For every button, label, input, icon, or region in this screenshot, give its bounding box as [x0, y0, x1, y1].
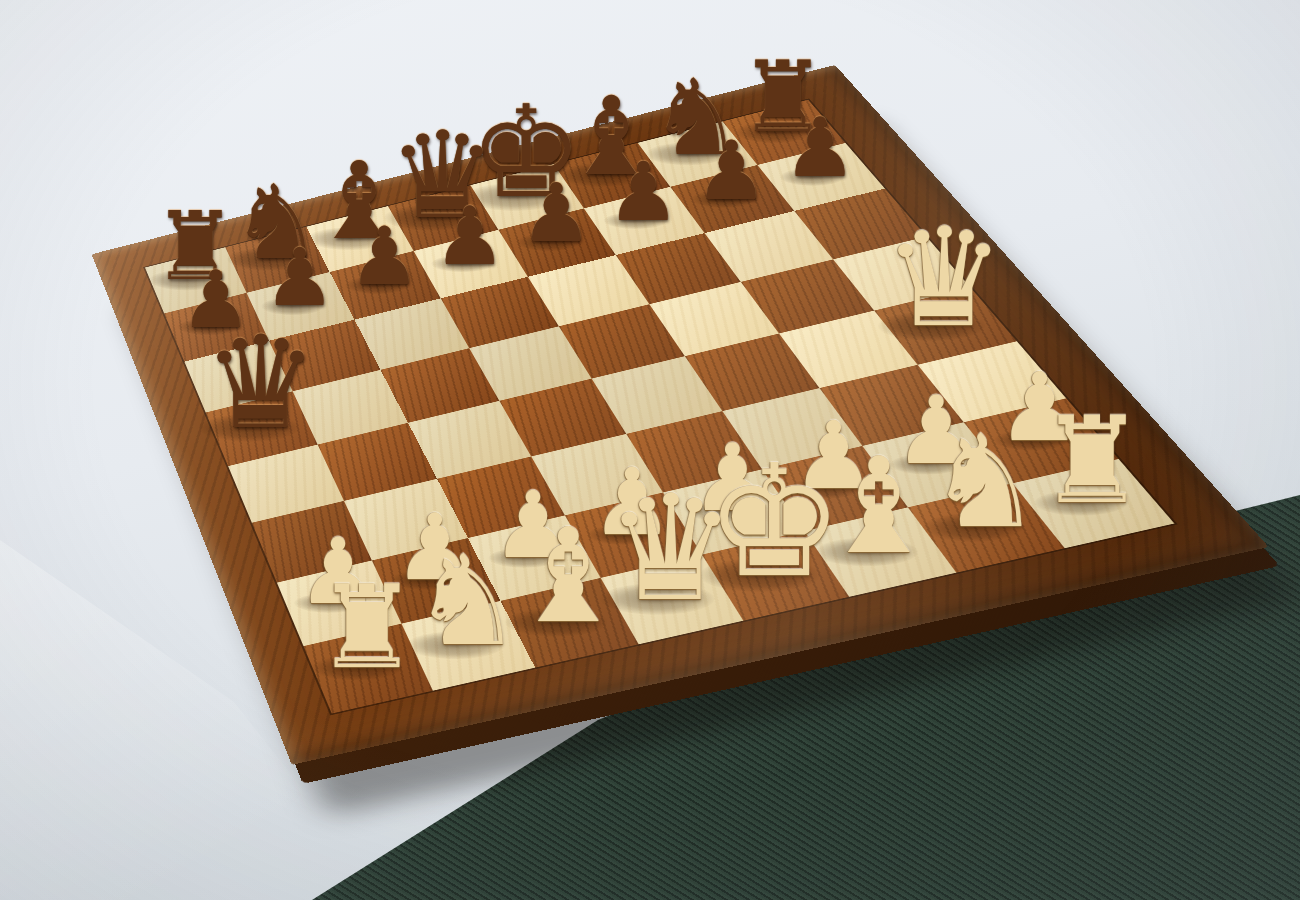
- photo-scene: ♜♞♝♟♚♟♛♟♝♟♞♟♜♟♟♛♟♛♟♟♟♜♟♞♟♝♟♚♟♛♟♝♞♜: [0, 0, 1300, 900]
